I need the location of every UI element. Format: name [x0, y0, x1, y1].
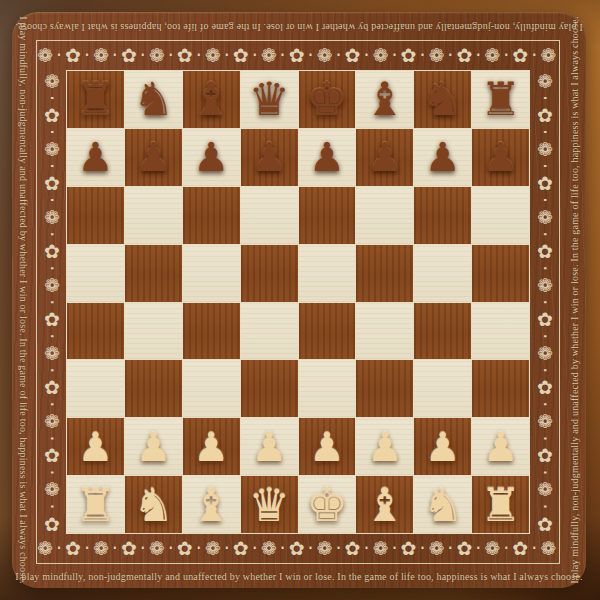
square-b5 [125, 245, 182, 302]
square-b3 [125, 360, 182, 417]
square-d3 [241, 360, 298, 417]
square-b6 [125, 187, 182, 244]
piece-white-king: ♚ [306, 482, 347, 528]
square-g6 [414, 187, 471, 244]
square-e2: ♟ [299, 418, 356, 475]
square-e7: ♟ [299, 129, 356, 186]
quote-top: I play mindfully, non-judgmentally and u… [15, 22, 582, 33]
square-a3 [67, 360, 124, 417]
square-b4 [125, 303, 182, 360]
piece-white-pawn: ♟ [367, 427, 403, 467]
square-f5 [356, 245, 413, 302]
square-f6 [356, 187, 413, 244]
square-h6 [472, 187, 529, 244]
square-c7: ♟ [183, 129, 240, 186]
square-h2: ♟ [472, 418, 529, 475]
square-g4 [414, 303, 471, 360]
square-f7: ♟ [356, 129, 413, 186]
piece-black-pawn: ♟ [309, 137, 345, 177]
square-g1: ♞ [414, 476, 471, 533]
piece-white-bishop: ♝ [364, 482, 405, 528]
square-e6 [299, 187, 356, 244]
lotus-band-bottom: ❁·✿·❁·✿·❁·✿·❁·✿·❁·✿·❁·✿·❁·✿·❁·✿·❁·✿·❁·✿·… [37, 534, 559, 563]
piece-white-knight: ♞ [133, 482, 174, 528]
square-c3 [183, 360, 240, 417]
square-e4 [299, 303, 356, 360]
piece-black-rook: ♜ [75, 76, 116, 122]
square-e5 [299, 245, 356, 302]
lotus-band-top: ❁·✿·❁·✿·❁·✿·❁·✿·❁·✿·❁·✿·❁·✿·❁·✿·❁·✿·❁·✿·… [37, 41, 559, 70]
piece-black-bishop: ♝ [364, 76, 405, 122]
square-b7: ♟ [125, 129, 182, 186]
square-d1: ♛ [241, 476, 298, 533]
square-h7: ♟ [472, 129, 529, 186]
square-d4 [241, 303, 298, 360]
square-c4 [183, 303, 240, 360]
square-b2: ♟ [125, 418, 182, 475]
square-f3 [356, 360, 413, 417]
square-g8: ♞ [414, 71, 471, 128]
square-d8: ♛ [241, 71, 298, 128]
piece-white-pawn: ♟ [135, 427, 171, 467]
square-g3 [414, 360, 471, 417]
piece-white-knight: ♞ [422, 482, 463, 528]
lotus-band-right: ❁·✿·❁·✿·❁·✿·❁·✿·❁·✿·❁·✿·❁·✿·❁·✿·❁·✿·❁·✿·… [530, 70, 559, 533]
square-a1: ♜ [67, 476, 124, 533]
square-c2: ♟ [183, 418, 240, 475]
square-e1: ♚ [299, 476, 356, 533]
piece-black-queen: ♛ [248, 76, 289, 122]
square-d7: ♟ [241, 129, 298, 186]
square-a5 [67, 245, 124, 302]
square-h5 [472, 245, 529, 302]
square-f8: ♝ [356, 71, 413, 128]
piece-black-pawn: ♟ [78, 137, 114, 177]
square-e8: ♚ [299, 71, 356, 128]
piece-black-knight: ♞ [422, 76, 463, 122]
piece-black-pawn: ♟ [483, 137, 519, 177]
square-g2: ♟ [414, 418, 471, 475]
square-f4 [356, 303, 413, 360]
square-h4 [472, 303, 529, 360]
piece-black-pawn: ♟ [193, 137, 229, 177]
piece-white-pawn: ♟ [309, 427, 345, 467]
quote-right: I play mindfully, non-judgmentally and u… [569, 16, 580, 583]
chess-board: I play mindfully, non-judgmentally and u… [12, 12, 586, 588]
piece-white-bishop: ♝ [191, 482, 232, 528]
square-f1: ♝ [356, 476, 413, 533]
piece-black-king: ♚ [306, 76, 347, 122]
square-a4 [67, 303, 124, 360]
square-a6 [67, 187, 124, 244]
lotus-band-left: ❁·✿·❁·✿·❁·✿·❁·✿·❁·✿·❁·✿·❁·✿·❁·✿·❁·✿·❁·✿·… [37, 70, 66, 533]
piece-white-pawn: ♟ [483, 427, 519, 467]
square-a8: ♜ [67, 71, 124, 128]
square-d2: ♟ [241, 418, 298, 475]
square-d5 [241, 245, 298, 302]
square-b1: ♞ [125, 476, 182, 533]
piece-white-rook: ♜ [480, 482, 521, 528]
square-h1: ♜ [472, 476, 529, 533]
square-f2: ♟ [356, 418, 413, 475]
piece-white-pawn: ♟ [78, 427, 114, 467]
piece-white-pawn: ♟ [193, 427, 229, 467]
square-d6 [241, 187, 298, 244]
quote-left: I play mindfully, non-judgmentally and u… [18, 16, 29, 583]
square-c1: ♝ [183, 476, 240, 533]
square-g5 [414, 245, 471, 302]
quote-bottom: I play mindfully, non-judgmentally and u… [15, 571, 582, 582]
square-c5 [183, 245, 240, 302]
square-e3 [299, 360, 356, 417]
square-b8: ♞ [125, 71, 182, 128]
piece-black-pawn: ♟ [367, 137, 403, 177]
square-g7: ♟ [414, 129, 471, 186]
square-c6 [183, 187, 240, 244]
piece-white-pawn: ♟ [251, 427, 287, 467]
piece-black-bishop: ♝ [191, 76, 232, 122]
square-a2: ♟ [67, 418, 124, 475]
piece-white-pawn: ♟ [425, 427, 461, 467]
square-c8: ♝ [183, 71, 240, 128]
piece-white-rook: ♜ [75, 482, 116, 528]
piece-black-pawn: ♟ [425, 137, 461, 177]
square-h3 [472, 360, 529, 417]
piece-black-rook: ♜ [480, 76, 521, 122]
piece-black-pawn: ♟ [135, 137, 171, 177]
square-h8: ♜ [472, 71, 529, 128]
square-a7: ♟ [67, 129, 124, 186]
piece-white-queen: ♛ [248, 482, 289, 528]
piece-black-knight: ♞ [133, 76, 174, 122]
piece-black-pawn: ♟ [251, 137, 287, 177]
board-grid: ♜♞♝♛♚♝♞♜♟♟♟♟♟♟♟♟♟♟♟♟♟♟♟♟♜♞♝♛♚♝♞♜ [66, 70, 530, 534]
